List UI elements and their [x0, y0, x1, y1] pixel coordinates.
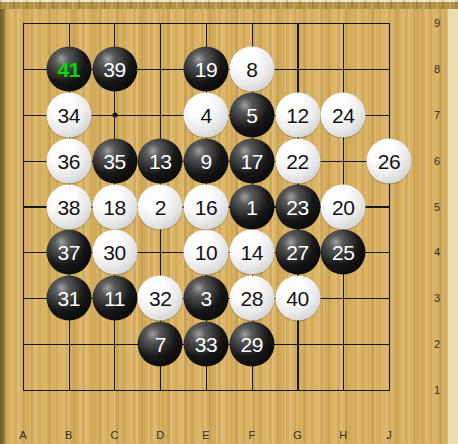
stone-move-number: 37	[58, 242, 80, 263]
stone-move-number: 1	[246, 196, 257, 217]
stone-move-number: 28	[241, 288, 263, 309]
stone-white-10-E4[interactable]: 10	[184, 230, 229, 275]
stone-move-number: 25	[332, 242, 354, 263]
stone-move-number: 14	[241, 242, 263, 263]
column-label-G: G	[293, 430, 302, 441]
stone-white-38-B5[interactable]: 38	[46, 184, 91, 229]
stone-black-19-E8[interactable]: 19	[184, 46, 229, 91]
stone-white-32-D3[interactable]: 32	[138, 276, 183, 321]
stone-move-number: 3	[200, 288, 211, 309]
stone-move-number: 17	[241, 150, 263, 171]
stone-black-17-F6[interactable]: 17	[229, 138, 274, 183]
hoshi-point-C7	[112, 112, 117, 117]
stone-white-30-C4[interactable]: 30	[92, 230, 137, 275]
stone-black-29-F2[interactable]: 29	[229, 322, 274, 367]
stone-move-number: 29	[241, 334, 263, 355]
stone-move-number: 5	[246, 104, 257, 125]
stone-move-number: 34	[58, 104, 80, 125]
stone-white-24-H7[interactable]: 24	[321, 92, 366, 137]
stone-move-number: 38	[58, 196, 80, 217]
stone-move-number: 24	[332, 104, 354, 125]
stone-black-7-D2[interactable]: 7	[138, 322, 183, 367]
stone-move-number: 32	[149, 288, 171, 309]
stone-black-27-G4[interactable]: 27	[275, 230, 320, 275]
stone-move-number: 7	[155, 334, 166, 355]
board-edge-right	[447, 0, 458, 444]
stone-black-11-C3[interactable]: 11	[92, 276, 137, 321]
stone-black-31-B3[interactable]: 31	[46, 276, 91, 321]
row-label-1: 1	[434, 385, 440, 396]
stone-white-12-G7[interactable]: 12	[275, 92, 320, 137]
stone-move-number: 26	[378, 150, 400, 171]
stone-move-number: 31	[58, 288, 80, 309]
stone-move-number: 33	[195, 334, 217, 355]
stone-move-number: 16	[195, 196, 217, 217]
stone-move-number: 13	[149, 150, 171, 171]
stone-black-5-F7[interactable]: 5	[229, 92, 274, 137]
column-label-E: E	[202, 430, 209, 441]
row-label-5: 5	[434, 201, 440, 212]
stone-move-number: 41	[58, 58, 80, 79]
stone-move-number: 40	[286, 288, 308, 309]
stone-white-34-B7[interactable]: 34	[46, 92, 91, 137]
stone-move-number: 11	[104, 288, 125, 309]
stone-move-number: 39	[103, 58, 125, 79]
stone-white-28-F3[interactable]: 28	[229, 276, 274, 321]
stone-move-number: 10	[195, 242, 217, 263]
stone-move-number: 35	[103, 150, 125, 171]
stone-move-number: 22	[286, 150, 308, 171]
row-label-2: 2	[434, 339, 440, 350]
stone-white-8-F8[interactable]: 8	[229, 46, 274, 91]
stone-white-16-E5[interactable]: 16	[184, 184, 229, 229]
stone-move-number: 2	[155, 196, 166, 217]
board-edge-left	[0, 0, 5, 444]
stone-white-20-H5[interactable]: 20	[321, 184, 366, 229]
row-label-4: 4	[434, 247, 440, 258]
stone-move-number: 4	[200, 104, 211, 125]
stone-move-number: 27	[286, 242, 308, 263]
stone-black-37-B4[interactable]: 37	[46, 230, 91, 275]
stone-white-14-F4[interactable]: 14	[229, 230, 274, 275]
row-label-7: 7	[434, 109, 440, 120]
stone-move-number: 18	[103, 196, 125, 217]
go-board[interactable]: 1234578910111213141617181920222324252627…	[0, 0, 458, 444]
stone-move-number: 19	[195, 58, 217, 79]
stone-white-26-J6[interactable]: 26	[367, 138, 412, 183]
board-edge-top	[0, 0, 458, 9]
stone-black-39-C8[interactable]: 39	[92, 46, 137, 91]
column-label-H: H	[339, 430, 347, 441]
column-label-C: C	[111, 430, 119, 441]
stone-black-25-H4[interactable]: 25	[321, 230, 366, 275]
stone-white-4-E7[interactable]: 4	[184, 92, 229, 137]
stone-move-number: 8	[246, 58, 257, 79]
stone-black-41-B8[interactable]: 41	[46, 46, 91, 91]
stone-black-23-G5[interactable]: 23	[275, 184, 320, 229]
column-label-A: A	[19, 430, 26, 441]
stone-white-36-B6[interactable]: 36	[46, 138, 91, 183]
stone-move-number: 12	[286, 104, 308, 125]
row-label-6: 6	[434, 155, 440, 166]
stone-black-3-E3[interactable]: 3	[184, 276, 229, 321]
column-label-J: J	[386, 430, 392, 441]
stone-black-13-D6[interactable]: 13	[138, 138, 183, 183]
stone-white-18-C5[interactable]: 18	[92, 184, 137, 229]
stone-black-33-E2[interactable]: 33	[184, 322, 229, 367]
row-label-3: 3	[434, 293, 440, 304]
column-label-D: D	[156, 430, 164, 441]
column-label-F: F	[248, 430, 255, 441]
stone-white-22-G6[interactable]: 22	[275, 138, 320, 183]
stone-black-1-F5[interactable]: 1	[229, 184, 274, 229]
stone-white-40-G3[interactable]: 40	[275, 276, 320, 321]
stone-black-9-E6[interactable]: 9	[184, 138, 229, 183]
column-label-B: B	[65, 430, 72, 441]
row-label-8: 8	[434, 63, 440, 74]
stone-move-number: 23	[286, 196, 308, 217]
stone-white-2-D5[interactable]: 2	[138, 184, 183, 229]
stone-move-number: 36	[58, 150, 80, 171]
stone-move-number: 9	[200, 150, 211, 171]
stone-black-35-C6[interactable]: 35	[92, 138, 137, 183]
row-label-9: 9	[434, 18, 440, 29]
stone-move-number: 30	[103, 242, 125, 263]
stone-move-number: 20	[332, 196, 354, 217]
